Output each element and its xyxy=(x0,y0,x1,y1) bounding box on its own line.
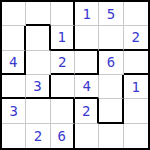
cell-r2c1[interactable] xyxy=(2,26,26,50)
cell-r2c5[interactable] xyxy=(99,26,123,50)
cell-r5c5[interactable] xyxy=(99,99,123,123)
cell-r3c3[interactable]: 2 xyxy=(51,51,75,75)
given-digit: 4 xyxy=(82,79,90,93)
given-digit: 2 xyxy=(82,104,90,118)
cell-r3c5[interactable]: 6 xyxy=(99,51,123,75)
cell-r5c1[interactable]: 3 xyxy=(2,99,26,123)
cell-r5c2[interactable] xyxy=(26,99,50,123)
cell-r5c6[interactable] xyxy=(124,99,148,123)
cell-r4c2[interactable]: 3 xyxy=(26,75,50,99)
sudoku-board: 15124263413226 xyxy=(0,0,150,150)
cell-r2c6[interactable]: 2 xyxy=(124,26,148,50)
cell-r3c6[interactable] xyxy=(124,51,148,75)
cell-r1c5[interactable]: 5 xyxy=(99,2,123,26)
cell-r4c5[interactable] xyxy=(99,75,123,99)
cell-r4c6[interactable]: 1 xyxy=(124,75,148,99)
cell-r2c4[interactable] xyxy=(75,26,99,50)
cell-r3c1[interactable]: 4 xyxy=(2,51,26,75)
cell-r1c6[interactable] xyxy=(124,2,148,26)
cell-r3c2[interactable] xyxy=(26,51,50,75)
given-digit: 2 xyxy=(34,129,42,143)
given-digit: 5 xyxy=(107,7,115,21)
given-digit: 1 xyxy=(82,7,90,21)
cell-r6c2[interactable]: 2 xyxy=(26,124,50,148)
cell-r6c6[interactable] xyxy=(124,124,148,148)
given-digit: 3 xyxy=(9,104,17,118)
given-digit: 6 xyxy=(58,129,66,143)
given-digit: 6 xyxy=(107,55,115,69)
cell-r6c3[interactable]: 6 xyxy=(51,124,75,148)
cell-r2c3[interactable]: 1 xyxy=(51,26,75,50)
cell-r6c5[interactable] xyxy=(99,124,123,148)
cell-r6c1[interactable] xyxy=(2,124,26,148)
cell-r2c2[interactable] xyxy=(26,26,50,50)
given-digit: 1 xyxy=(132,80,140,94)
given-digit: 2 xyxy=(58,55,66,69)
cell-r1c2[interactable] xyxy=(26,2,50,26)
given-digit: 4 xyxy=(9,55,17,69)
cell-r5c4[interactable]: 2 xyxy=(75,99,99,123)
given-digit: 3 xyxy=(33,79,41,93)
cell-r5c3[interactable] xyxy=(51,99,75,123)
cell-r4c3[interactable] xyxy=(51,75,75,99)
given-digit: 1 xyxy=(58,30,66,44)
cell-r4c4[interactable]: 4 xyxy=(75,75,99,99)
cell-r6c4[interactable] xyxy=(75,124,99,148)
given-digit: 2 xyxy=(132,30,140,44)
cell-r1c4[interactable]: 1 xyxy=(75,2,99,26)
cell-r1c1[interactable] xyxy=(2,2,26,26)
cell-r4c1[interactable] xyxy=(2,75,26,99)
cell-r3c4[interactable] xyxy=(75,51,99,75)
cell-r1c3[interactable] xyxy=(51,2,75,26)
